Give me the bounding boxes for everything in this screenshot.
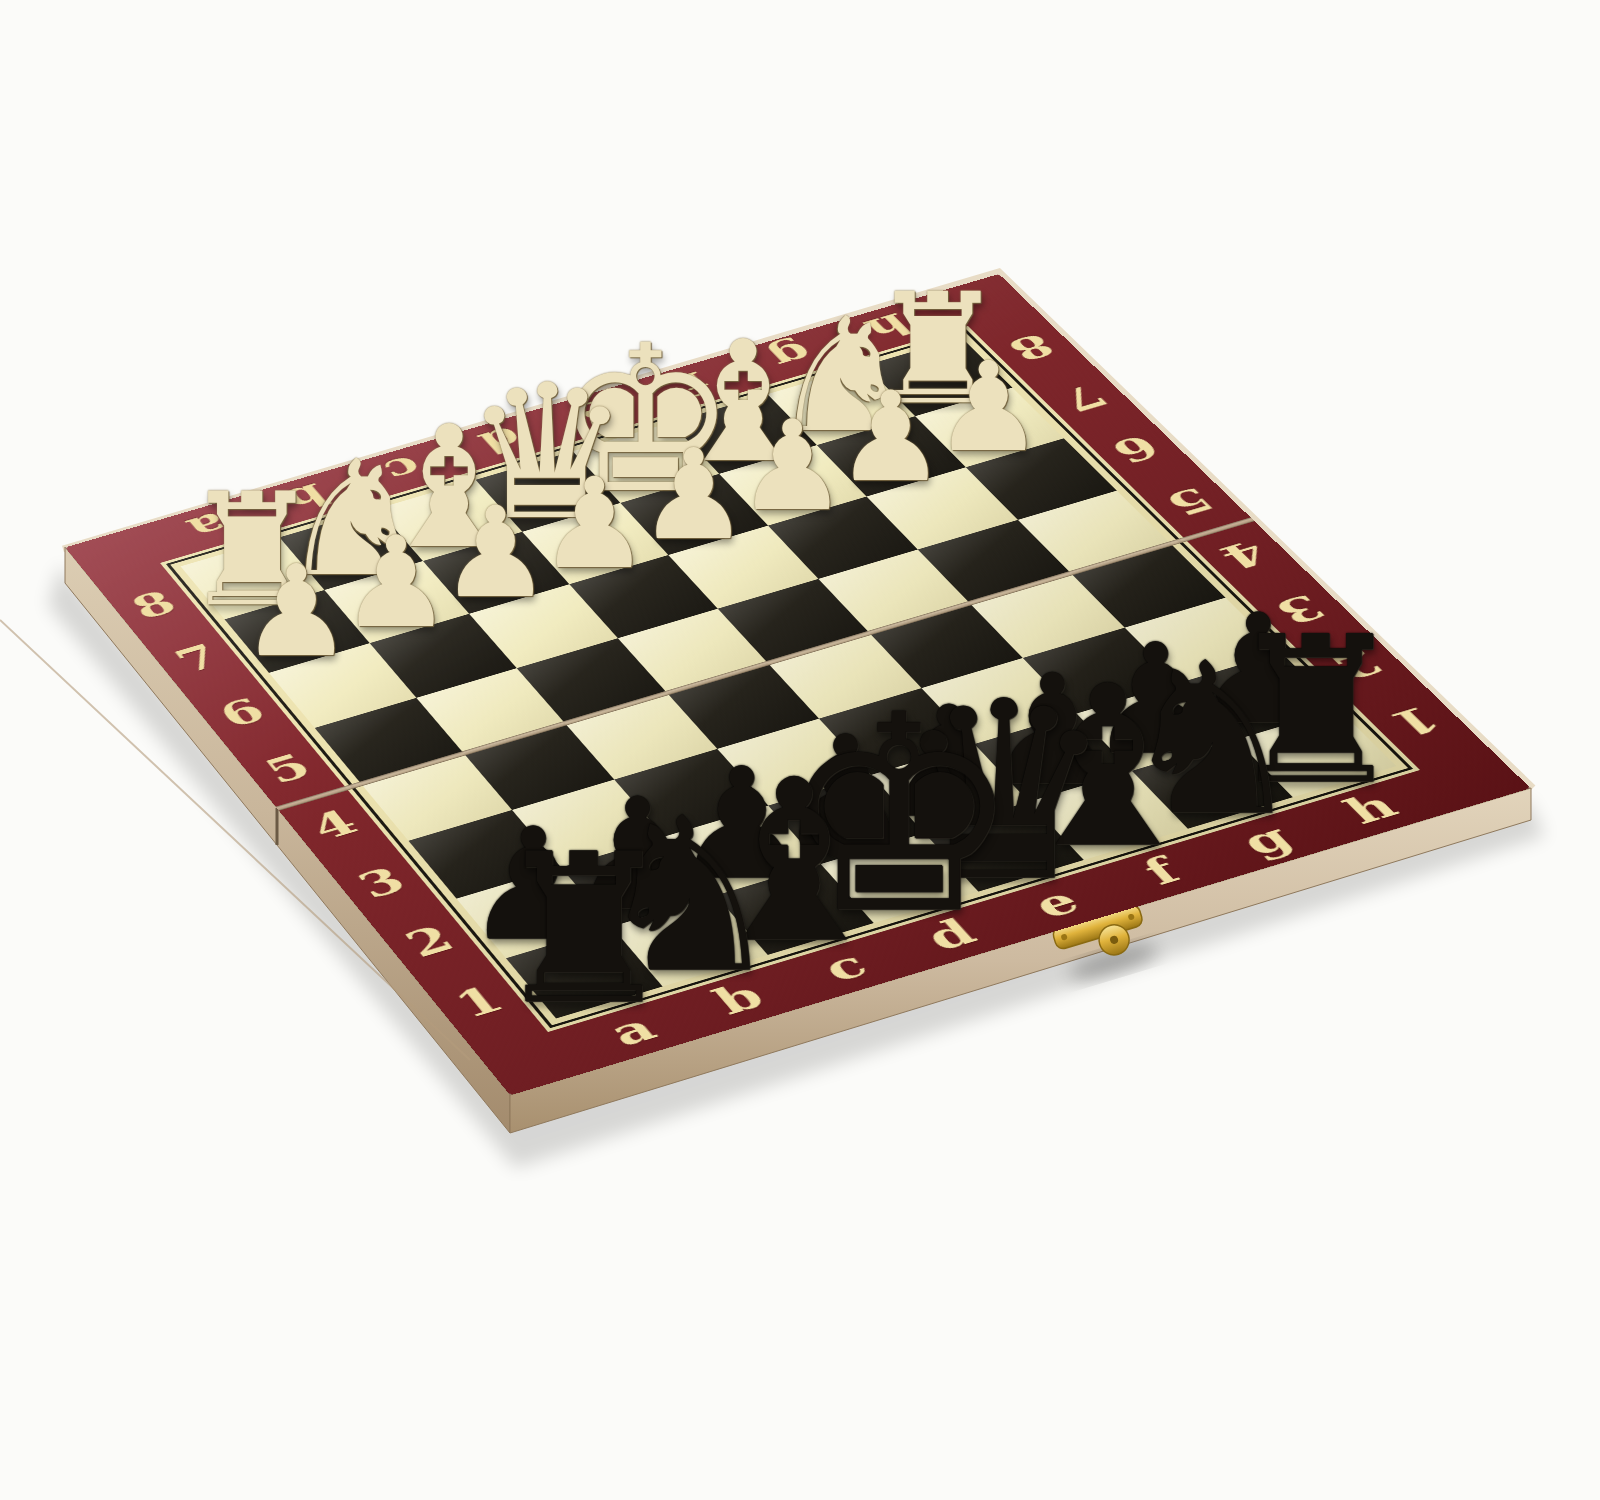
rank-label-left-2: 2 [396,918,464,966]
rank-label-left-8: 8 [123,584,185,627]
white-pawn-c7[interactable]: ♟ [439,491,551,616]
rank-label-left-5: 5 [256,746,321,791]
rank-label-left-6: 6 [211,691,275,735]
white-pawn-a7[interactable]: ♟ [240,549,353,675]
chess-box-photo: aabbccddeeffgghh8877665544332211 ♜♞♝♛♚♝♞… [0,0,1600,1500]
white-pawn-g7[interactable]: ♟ [835,375,946,499]
white-pawn-e7[interactable]: ♟ [638,433,750,558]
white-pawn-f7[interactable]: ♟ [736,404,848,528]
rank-label-left-3: 3 [348,859,415,906]
white-pawn-b7[interactable]: ♟ [340,520,453,646]
rank-label-right-4: 4 [1209,533,1279,577]
black-rook-a1[interactable]: ♜ [491,827,676,1034]
white-pawn-h7[interactable]: ♟ [933,346,1044,470]
rank-label-left-7: 7 [166,637,229,681]
rank-label-right-7: 7 [1050,377,1117,418]
rank-label-right-6: 6 [1102,428,1170,470]
rank-label-left-4: 4 [302,802,368,848]
rank-label-right-5: 5 [1155,480,1224,523]
white-pawn-d7[interactable]: ♟ [539,462,651,587]
